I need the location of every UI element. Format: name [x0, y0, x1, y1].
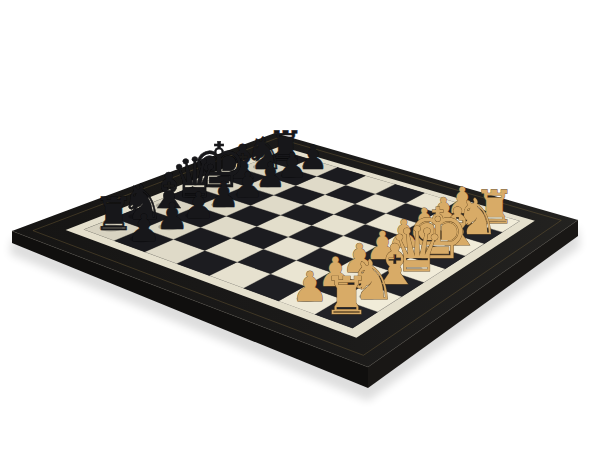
chess-set-product-photo: ♜♟♞♟♝♟♚♟♛♟♝♟♟♞♜♟♟♜♞♟♟♝♟♚♟♛♟♝♟♞♟♜: [0, 0, 600, 450]
piece-white-rook-a1: ♜: [323, 266, 370, 326]
piece-black-pawn-a7: ♟: [127, 206, 161, 250]
chess-board-photo: ♜♟♞♟♝♟♚♟♛♟♝♟♟♞♜♟♟♜♞♟♟♝♟♚♟♛♟♝♟♞♟♜: [0, 0, 600, 450]
